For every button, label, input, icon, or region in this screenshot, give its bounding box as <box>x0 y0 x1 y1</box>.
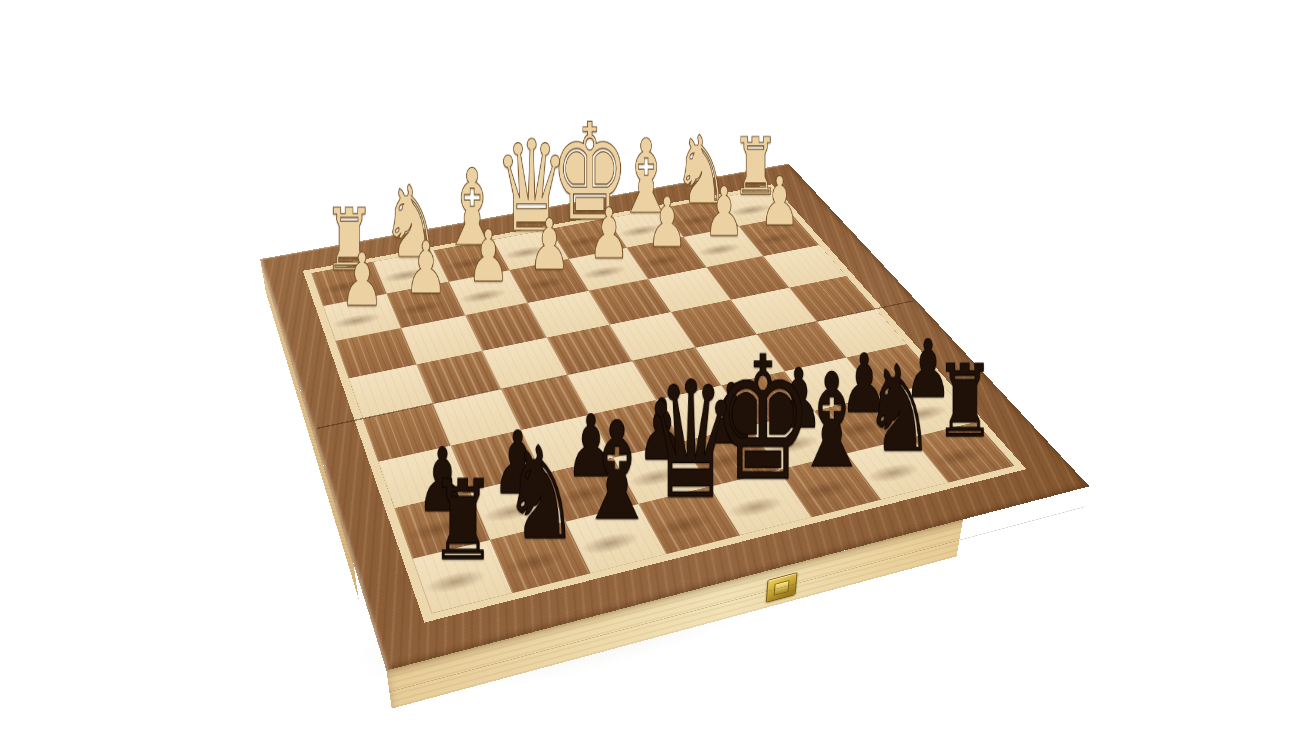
piece-black-rook[interactable]: ♜ <box>430 466 495 576</box>
piece-white-pawn[interactable]: ♟ <box>340 244 383 317</box>
piece-white-pawn[interactable]: ♟ <box>704 178 744 246</box>
folding-chess-box: ♜♞♝♛♚♝♞♜♟♟♟♟♟♟♟♟♟♟♟♟♟♟♟♟♜♞♝♛♚♝♞♜ <box>260 164 1089 671</box>
brass-clasp <box>766 572 798 603</box>
square-b8[interactable]: ♞ <box>490 522 590 593</box>
piece-black-knight[interactable]: ♞ <box>864 350 934 469</box>
piece-white-pawn[interactable]: ♟ <box>405 232 448 304</box>
piece-white-pawn[interactable]: ♟ <box>467 221 509 292</box>
piece-white-pawn[interactable]: ♟ <box>760 168 800 235</box>
piece-white-pawn[interactable]: ♟ <box>588 199 629 269</box>
piece-black-bishop[interactable]: ♝ <box>577 404 657 539</box>
piece-white-pawn[interactable]: ♟ <box>647 188 688 257</box>
piece-black-queen[interactable]: ♛ <box>643 361 738 522</box>
chess-set-scene: ♜♞♝♛♚♝♞♜♟♟♟♟♟♟♟♟♟♟♟♟♟♟♟♟♜♞♝♛♚♝♞♜ <box>312 41 952 681</box>
photo-background: ♜♞♝♛♚♝♞♜♟♟♟♟♟♟♟♟♟♟♟♟♟♟♟♟♜♞♝♛♚♝♞♜ <box>0 0 1300 731</box>
piece-black-rook[interactable]: ♜ <box>935 352 994 452</box>
piece-white-pawn[interactable]: ♟ <box>528 210 570 281</box>
piece-black-knight[interactable]: ♞ <box>503 430 579 558</box>
